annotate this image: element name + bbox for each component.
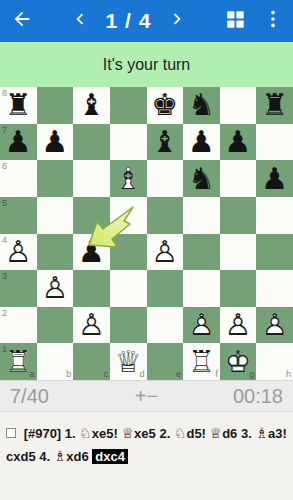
figurine-B: ♗	[255, 425, 268, 441]
square-d8[interactable]	[110, 87, 147, 124]
piece-white-pawn: ♟♙	[147, 234, 184, 271]
square-d4[interactable]	[110, 234, 147, 271]
piece-black-knight: ♞	[183, 87, 220, 124]
square-e8[interactable]: ♚	[147, 87, 184, 124]
piece-white-pawn: ♟♙	[256, 307, 293, 344]
arrow-back-icon	[11, 8, 33, 34]
square-b7[interactable]: ♟	[37, 124, 74, 161]
piece-white-pawn: ♟♙	[73, 307, 110, 344]
square-h2[interactable]: ♟♙	[256, 307, 293, 344]
square-b6[interactable]	[37, 160, 74, 197]
square-b1[interactable]: b	[37, 343, 74, 380]
square-a2[interactable]: 2	[0, 307, 37, 344]
square-g8[interactable]	[220, 87, 257, 124]
top-bar: 1 / 4	[0, 0, 293, 42]
square-e7[interactable]: ♝	[147, 124, 184, 161]
figurine-Q: ♕	[122, 425, 135, 441]
board: 8♜♝♚♞♜7♟♟♝♟♟6♝♗♞♟54♟♙♟♟♙3♟♙2♟♙♟♙♟♙♟♙1a♜♖…	[0, 87, 293, 380]
progress-counter: 7/40	[10, 385, 49, 408]
file-label: h	[286, 370, 291, 379]
square-b2[interactable]	[37, 307, 74, 344]
piece-black-king: ♚	[147, 87, 184, 124]
square-f5[interactable]	[183, 197, 220, 234]
square-h6[interactable]: ♟	[256, 160, 293, 197]
piece-white-king: ♚♔	[220, 343, 257, 380]
overflow-menu-button[interactable]	[257, 5, 289, 37]
square-d1[interactable]: d♛♕	[110, 343, 147, 380]
turn-banner: It's your turn	[0, 42, 293, 87]
rank-label: 5	[2, 199, 7, 208]
rank-label: 3	[2, 272, 7, 281]
prev-puzzle-button[interactable]	[64, 5, 96, 37]
square-c8[interactable]: ♝	[73, 87, 110, 124]
chevron-right-icon	[166, 8, 188, 34]
piece-black-knight: ♞	[183, 160, 220, 197]
square-d2[interactable]	[110, 307, 147, 344]
square-e5[interactable]	[147, 197, 184, 234]
file-label: e	[176, 370, 181, 379]
piece-black-rook: ♜	[256, 87, 293, 124]
move-xd6[interactable]: ♗xd6	[54, 449, 89, 464]
square-e1[interactable]: e	[147, 343, 184, 380]
rank-label: 6	[2, 162, 7, 171]
score-indicator: +−	[135, 385, 158, 408]
square-a5[interactable]: 5	[0, 197, 37, 234]
rank-label: 2	[2, 309, 7, 318]
page-indicator: 1 / 4	[106, 9, 152, 33]
square-d3[interactable]	[110, 270, 147, 307]
piece-black-pawn: ♟	[37, 124, 74, 161]
square-a6[interactable]: 6	[0, 160, 37, 197]
grid-icon	[224, 8, 246, 34]
move-cxd5[interactable]: cxd5	[6, 449, 36, 464]
square-d5[interactable]	[110, 197, 147, 234]
piece-black-pawn: ♟	[183, 124, 220, 161]
square-e2[interactable]	[147, 307, 184, 344]
file-label: b	[66, 370, 71, 379]
square-b5[interactable]	[37, 197, 74, 234]
piece-white-pawn: ♟♙	[37, 270, 74, 307]
square-a4[interactable]: 4♟♙	[0, 234, 37, 271]
square-h4[interactable]	[256, 234, 293, 271]
square-c4[interactable]: ♟	[73, 234, 110, 271]
piece-white-pawn: ♟♙	[220, 307, 257, 344]
square-c1[interactable]: c	[73, 343, 110, 380]
notation-panel: [#970] 1. ♘xe5! ♕xe5 2. ♘d5! ♕d6 3. ♗a3!…	[0, 412, 293, 500]
status-bar: 7/40 +− 00:18	[0, 380, 293, 412]
piece-black-pawn: ♟	[0, 124, 37, 161]
square-c6[interactable]	[73, 160, 110, 197]
square-g2[interactable]: ♟♙	[220, 307, 257, 344]
square-h8[interactable]: ♜	[256, 87, 293, 124]
square-b3[interactable]: ♟♙	[37, 270, 74, 307]
piece-black-bishop: ♝	[73, 87, 110, 124]
chess-app: 1 / 4	[0, 0, 293, 500]
square-f4[interactable]	[183, 234, 220, 271]
square-c3[interactable]	[73, 270, 110, 307]
piece-black-rook: ♜	[0, 87, 37, 124]
square-e3[interactable]	[147, 270, 184, 307]
puzzle-list-button[interactable]	[219, 5, 251, 37]
timer: 00:18	[233, 385, 283, 408]
puzzle-pager: 1 / 4	[38, 5, 219, 37]
square-f7[interactable]: ♟	[183, 124, 220, 161]
square-d6[interactable]: ♝♗	[110, 160, 147, 197]
square-a7[interactable]: 7♟	[0, 124, 37, 161]
square-g1[interactable]: g♚♔	[220, 343, 257, 380]
move-number: 4.	[39, 449, 50, 464]
square-g4[interactable]	[220, 234, 257, 271]
move-d5[interactable]: ♘d5!	[174, 426, 206, 441]
figurine-Q: ♕	[210, 425, 223, 441]
square-b4[interactable]	[37, 234, 74, 271]
square-a8[interactable]: 8♜	[0, 87, 37, 124]
piece-white-bishop: ♝♗	[110, 160, 147, 197]
square-h7[interactable]	[256, 124, 293, 161]
square-a1[interactable]: 1a♜♖	[0, 343, 37, 380]
square-a3[interactable]: 3	[0, 270, 37, 307]
top-bar-actions	[219, 5, 289, 37]
piece-white-pawn: ♟♙	[0, 234, 37, 271]
square-f8[interactable]: ♞	[183, 87, 220, 124]
next-puzzle-button[interactable]	[161, 5, 193, 37]
square-f6[interactable]: ♞	[183, 160, 220, 197]
notation-line: [#970] 1. ♘xe5! ♕xe5 2. ♘d5! ♕d6 3. ♗a3!…	[6, 426, 287, 464]
piece-black-pawn: ♟	[220, 124, 257, 161]
piece-white-rook: ♜♖	[183, 343, 220, 380]
file-label: c	[103, 370, 108, 379]
square-c5[interactable]	[73, 197, 110, 234]
square-g6[interactable]	[220, 160, 257, 197]
square-c2[interactable]: ♟♙	[73, 307, 110, 344]
square-f3[interactable]	[183, 270, 220, 307]
back-button[interactable]	[6, 5, 38, 37]
chevron-left-icon	[69, 8, 91, 34]
figurine-B: ♗	[54, 448, 67, 464]
move-number: 1.	[65, 426, 76, 441]
square-g3[interactable]	[220, 270, 257, 307]
square-g5[interactable]	[220, 197, 257, 234]
square-c7[interactable]	[73, 124, 110, 161]
dots-vertical-icon	[262, 8, 284, 34]
square-g7[interactable]: ♟	[220, 124, 257, 161]
board-area: 8♜♝♚♞♜7♟♟♝♟♟6♝♗♞♟54♟♙♟♟♙3♟♙2♟♙♟♙♟♙♟♙1a♜♖…	[0, 87, 293, 380]
square-h3[interactable]	[256, 270, 293, 307]
move-number: 3.	[241, 426, 252, 441]
move-xe5[interactable]: ♘xe5!	[79, 426, 118, 441]
white-to-move-indicator	[6, 428, 16, 438]
square-f1[interactable]: f♜♖	[183, 343, 220, 380]
piece-white-queen: ♛♕	[110, 343, 147, 380]
square-e6[interactable]	[147, 160, 184, 197]
piece-black-pawn: ♟	[256, 160, 293, 197]
piece-black-pawn: ♟	[73, 234, 110, 271]
square-h1[interactable]: h	[256, 343, 293, 380]
move-dxc4[interactable]: dxc4	[92, 449, 128, 464]
square-f2[interactable]: ♟♙	[183, 307, 220, 344]
figurine-N: ♘	[79, 425, 92, 441]
move-a3[interactable]: ♗a3!	[255, 426, 286, 441]
piece-white-pawn: ♟♙	[183, 307, 220, 344]
piece-black-bishop: ♝	[147, 124, 184, 161]
turn-message: It's your turn	[103, 56, 191, 74]
square-h5[interactable]	[256, 197, 293, 234]
square-b8[interactable]	[37, 87, 74, 124]
move-xe5[interactable]: ♕xe5	[122, 426, 156, 441]
square-e4[interactable]: ♟♙	[147, 234, 184, 271]
piece-white-rook: ♜♖	[0, 343, 37, 380]
problem-id: [#970]	[24, 426, 62, 441]
move-number: 2.	[159, 426, 170, 441]
figurine-N: ♘	[174, 425, 187, 441]
move-d6[interactable]: ♕d6	[210, 426, 238, 441]
square-d7[interactable]	[110, 124, 147, 161]
